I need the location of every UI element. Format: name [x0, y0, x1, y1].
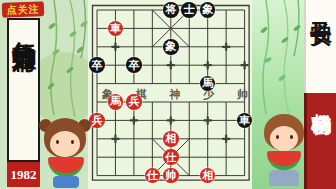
board-cell: 仕: [143, 166, 161, 184]
piece-red[interactable]: 相: [200, 168, 216, 184]
piece-red[interactable]: 兵: [126, 94, 142, 110]
board-cell: 馬: [106, 93, 124, 111]
board-cell: [198, 130, 216, 148]
board-cell: [217, 74, 235, 92]
board-cell: [162, 56, 180, 74]
board-cell: [217, 166, 235, 184]
board-cell: [217, 111, 235, 129]
board-cell: 兵: [125, 93, 143, 111]
board-cell: [125, 1, 143, 19]
series-title: 气势如虹篇: [9, 22, 38, 160]
boy-eye-right: [290, 135, 293, 139]
board-cell: [217, 93, 235, 111]
board-cell: [125, 111, 143, 129]
board-cell: 象: [162, 38, 180, 56]
board-cell: 象: [198, 1, 216, 19]
board-cell: [217, 56, 235, 74]
board-cell: [106, 74, 124, 92]
board-cell: [162, 19, 180, 37]
board-cell: [125, 148, 143, 166]
player-name-panel-top: 马长安: [304, 0, 336, 93]
board-cell: [106, 38, 124, 56]
board-cell: [143, 130, 161, 148]
board-cell: [217, 38, 235, 56]
piece-black[interactable]: 将: [163, 2, 179, 18]
board-cell: [180, 74, 198, 92]
board-cell: [198, 148, 216, 166]
board-cell: [125, 19, 143, 37]
board-cell: 馬: [198, 74, 216, 92]
board-cell: [198, 19, 216, 37]
board-cell: [217, 1, 235, 19]
board-cell: [88, 38, 106, 56]
boy-eye-left: [276, 135, 279, 139]
board-cell: [106, 130, 124, 148]
girl-mascot: [36, 116, 94, 189]
piece-black[interactable]: 馬: [200, 76, 216, 92]
board-cell: [235, 38, 253, 56]
board-cell: 卒: [88, 56, 106, 74]
board-cell: [180, 166, 198, 184]
board-cell: 将: [162, 1, 180, 19]
board-cell: [180, 111, 198, 129]
board-cell: [143, 93, 161, 111]
board-cell: [217, 19, 235, 37]
board-cell: [217, 130, 235, 148]
player-name-red: 杨官磷: [307, 98, 336, 189]
piece-black[interactable]: 卒: [89, 57, 105, 73]
watermelon-slice: [267, 151, 301, 170]
piece-black[interactable]: 卒: [126, 57, 142, 73]
xiangqi-board: 象棋神少帅 将士象車象卒卒馬馬兵兵車相仕仕帅相: [88, 0, 252, 189]
board-cell: [217, 148, 235, 166]
board-cell: [125, 166, 143, 184]
board-cell: [88, 74, 106, 92]
board-cell: [235, 19, 253, 37]
board-cell: [162, 93, 180, 111]
girl-eye-left: [56, 140, 59, 144]
board-cell: [235, 74, 253, 92]
board-cell: [198, 56, 216, 74]
board-cell: [235, 148, 253, 166]
board-cell: [235, 93, 253, 111]
board-cell: [180, 19, 198, 37]
girl-body: [53, 176, 79, 188]
board-cell: [106, 56, 124, 74]
board-cell: [106, 166, 124, 184]
piece-red[interactable]: 相: [163, 131, 179, 147]
board-cell: [106, 1, 124, 19]
girl-eye-right: [71, 140, 74, 144]
board-cell: 仕: [162, 148, 180, 166]
piece-black[interactable]: 象: [163, 39, 179, 55]
board-cell: 士: [180, 1, 198, 19]
board-cell: [106, 111, 124, 129]
board-cell: [143, 19, 161, 37]
piece-red[interactable]: 仕: [145, 168, 161, 184]
piece-black[interactable]: 士: [181, 2, 197, 18]
board-cell: 車: [235, 111, 253, 129]
piece-red[interactable]: 馬: [108, 94, 124, 110]
board-cell: [162, 111, 180, 129]
board-cell: [180, 130, 198, 148]
board-cell: [88, 19, 106, 37]
board-cell: [180, 93, 198, 111]
board-cell: [198, 93, 216, 111]
boy-body: [269, 170, 299, 186]
board-cell: [125, 38, 143, 56]
board-cell: [143, 38, 161, 56]
year-label: 1982: [11, 167, 37, 183]
watermelon-slice: [48, 157, 84, 177]
board-cell: [125, 74, 143, 92]
boy-face: [270, 126, 298, 151]
piece-red[interactable]: 帅: [163, 168, 179, 184]
girl-face: [50, 131, 80, 157]
board-cell: [180, 38, 198, 56]
board-cell: [143, 148, 161, 166]
board-grid: 将士象車象卒卒馬馬兵兵車相仕仕帅相: [88, 1, 254, 185]
follow-banner[interactable]: 点关注: [2, 1, 44, 17]
board-cell: [143, 1, 161, 19]
piece-red[interactable]: 仕: [163, 149, 179, 165]
board-cell: 帅: [162, 166, 180, 184]
board-cell: [235, 56, 253, 74]
board-cell: 相: [198, 166, 216, 184]
board-cell: 相: [162, 130, 180, 148]
board-cell: [235, 166, 253, 184]
board-cell: [88, 1, 106, 19]
board-cell: [180, 148, 198, 166]
board-cell: 車: [106, 19, 124, 37]
board-cell: [162, 74, 180, 92]
board-cell: [106, 148, 124, 166]
boy-mascot: [258, 114, 310, 189]
follow-banner-label: 点关注: [6, 2, 39, 17]
board-cell: [180, 56, 198, 74]
board-cell: [143, 111, 161, 129]
board-cell: [235, 1, 253, 19]
piece-red[interactable]: 車: [108, 21, 124, 37]
player-name-black: 马长安: [306, 4, 336, 93]
piece-black[interactable]: 象: [200, 2, 216, 18]
board-cell: [143, 56, 161, 74]
board-cell: [235, 130, 253, 148]
board-cell: [88, 93, 106, 111]
board-cell: [143, 74, 161, 92]
board-cell: [198, 38, 216, 56]
piece-black[interactable]: 車: [237, 113, 253, 129]
board-cell: 卒: [125, 56, 143, 74]
board-cell: [125, 130, 143, 148]
board-cell: [198, 111, 216, 129]
